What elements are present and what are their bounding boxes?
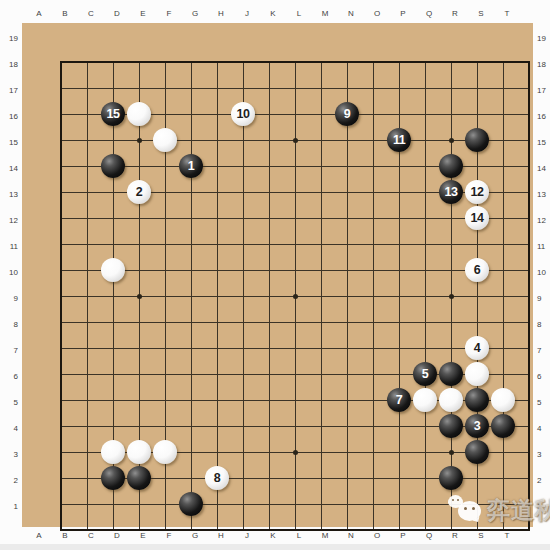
board-intersection [438,283,464,309]
board-intersection [152,335,178,361]
board-intersection [74,101,100,127]
board-intersection [204,387,230,413]
white-stone [153,440,177,464]
board-intersection: 13 [438,179,464,205]
board-intersection [256,231,282,257]
board-intersection [360,413,386,439]
board-intersection [490,465,516,491]
board-intersection [386,179,412,205]
board-intersection [334,153,360,179]
board-intersection [412,49,438,75]
board-intersection [360,335,386,361]
board-intersection [204,491,230,517]
board-intersection [256,335,282,361]
board-intersection [126,153,152,179]
column-label: L [291,531,307,541]
row-label: 5 [3,398,18,408]
white-stone: 8 [205,466,229,490]
column-label: P [395,531,411,541]
column-label: R [447,9,463,19]
board-intersection [256,283,282,309]
board-intersection [334,439,360,465]
board-intersection [256,387,282,413]
board-intersection [204,361,230,387]
board-intersection [256,127,282,153]
board-intersection [334,465,360,491]
black-stone [491,414,515,438]
row-label: 19 [3,34,18,44]
black-stone: 11 [387,128,411,152]
board-intersection [412,127,438,153]
black-stone [439,414,463,438]
black-stone [127,466,151,490]
black-stone: 7 [387,388,411,412]
board-intersection [360,205,386,231]
page-bottom-strip [0,544,550,550]
move-number: 14 [471,212,484,225]
board-intersection [464,465,490,491]
column-label: N [343,9,359,19]
board-intersection [438,387,464,413]
board-intersection [126,283,152,309]
board-intersection: 3 [464,413,490,439]
board-intersection [386,309,412,335]
white-stone [101,258,125,282]
board-intersection [126,127,152,153]
board-intersection [230,335,256,361]
row-label: 2 [3,476,18,486]
board-intersection [74,231,100,257]
board-intersection [230,283,256,309]
board-intersection [74,465,100,491]
board-intersection [282,205,308,231]
board-intersection: 15 [100,101,126,127]
board-intersection [152,231,178,257]
board-intersection [100,205,126,231]
board-intersection [48,101,74,127]
board-intersection [490,127,516,153]
board-intersection [386,49,412,75]
board-intersection [204,439,230,465]
black-stone: 3 [465,414,489,438]
board-intersection [178,387,204,413]
column-label: A [31,9,47,19]
board-intersection [48,257,74,283]
board-intersection [334,491,360,517]
board-intersection [178,205,204,231]
column-label: F [161,531,177,541]
board-intersection [464,127,490,153]
board-intersection [438,231,464,257]
board-intersection [100,335,126,361]
board-intersection [438,439,464,465]
board-intersection [490,101,516,127]
row-label: 18 [3,60,18,70]
board-intersection [334,413,360,439]
row-label: 4 [537,424,550,434]
column-label: M [317,9,333,19]
board-intersection [308,335,334,361]
board-intersection [490,439,516,465]
row-label: 8 [3,320,18,330]
board-intersection [308,231,334,257]
board-intersection [438,309,464,335]
board-intersection [126,309,152,335]
move-number: 3 [474,420,480,433]
board-intersection [178,439,204,465]
board-intersection [230,465,256,491]
board-intersection [152,465,178,491]
row-label: 9 [537,294,550,304]
board-intersection [48,335,74,361]
board-intersection [360,75,386,101]
board-intersection [282,439,308,465]
board-intersection [126,75,152,101]
row-label: 13 [537,190,550,200]
board-intersection [126,257,152,283]
board-intersection [152,361,178,387]
row-label: 19 [537,34,550,44]
board-intersection [360,153,386,179]
board-intersection: 4 [464,335,490,361]
board-intersection [74,491,100,517]
black-stone [101,466,125,490]
board-intersection [386,205,412,231]
board-intersection [334,49,360,75]
watermark-text: 弈道秋声 [487,494,550,526]
board-intersection [178,257,204,283]
board-intersection [438,153,464,179]
board-intersection [464,231,490,257]
board-intersection [386,491,412,517]
column-label: T [499,9,515,19]
board-intersection [490,49,516,75]
white-stone: 4 [465,336,489,360]
board-intersection [464,361,490,387]
row-label: 8 [537,320,550,330]
board-intersection [308,75,334,101]
board-intersection [230,179,256,205]
board-intersection [438,127,464,153]
board-intersection [360,101,386,127]
board-intersection [386,101,412,127]
board-intersection [126,49,152,75]
board-intersection [152,179,178,205]
board-intersection [204,231,230,257]
board-intersection [256,153,282,179]
board-intersection [490,283,516,309]
board-intersection [386,153,412,179]
board-intersection: 1 [178,153,204,179]
board-intersection [282,179,308,205]
board-intersection [464,153,490,179]
star-point [293,138,298,143]
board-intersection [100,387,126,413]
board-intersection: 5 [412,361,438,387]
row-label: 14 [3,164,18,174]
row-label: 16 [537,112,550,122]
column-label: G [187,9,203,19]
board-intersection [386,283,412,309]
board-intersection [178,491,204,517]
column-label: N [343,531,359,541]
board-intersection [152,439,178,465]
board-intersection: 6 [464,257,490,283]
board-intersection [256,491,282,517]
column-label: O [369,531,385,541]
board-intersection [334,127,360,153]
column-label: A [31,531,47,541]
board-intersection [282,231,308,257]
board-intersection [100,75,126,101]
board-intersection [230,413,256,439]
board-intersection [438,335,464,361]
board-intersection [412,101,438,127]
board-intersection [308,205,334,231]
board-intersection [360,491,386,517]
board-intersection [74,127,100,153]
board-intersection [178,465,204,491]
board-intersection [152,101,178,127]
board-intersection [464,101,490,127]
board-intersection [308,361,334,387]
board-intersection [178,309,204,335]
board-intersection: 9 [334,101,360,127]
board-intersection [438,75,464,101]
board-intersection [48,231,74,257]
board-intersection [152,387,178,413]
white-stone: 14 [465,206,489,230]
white-stone [153,128,177,152]
board-intersection [126,465,152,491]
move-number: 2 [136,186,142,199]
board-intersection [490,387,516,413]
board-intersection [100,179,126,205]
board-intersection [100,153,126,179]
row-label: 14 [537,164,550,174]
board-intersection [48,283,74,309]
column-label: G [187,531,203,541]
row-label: 3 [3,450,18,460]
board-intersection [100,309,126,335]
board-intersection: 7 [386,387,412,413]
column-label: K [265,531,281,541]
board-intersection [230,231,256,257]
board-intersection [386,231,412,257]
row-label: 15 [537,138,550,148]
board-intersection [282,257,308,283]
row-label: 6 [537,372,550,382]
move-number: 15 [107,108,120,121]
wechat-logo-icon [447,494,484,527]
black-stone [179,492,203,516]
black-stone: 5 [413,362,437,386]
board-intersection [256,439,282,465]
board-intersection: 8 [204,465,230,491]
wechat-watermark: 弈道秋声 [447,494,550,527]
board-intersection [386,361,412,387]
board-intersection [100,361,126,387]
board-intersection [412,439,438,465]
board-intersection [178,127,204,153]
board-intersection [152,127,178,153]
row-label: 12 [537,216,550,226]
row-label: 16 [3,112,18,122]
board-intersection [74,387,100,413]
move-number: 12 [471,186,484,199]
board-intersection [256,179,282,205]
board-intersection [334,361,360,387]
column-label: B [57,9,73,19]
board-intersection [334,387,360,413]
board-intersection [126,205,152,231]
board-intersection [282,153,308,179]
board-intersection [100,491,126,517]
row-label: 4 [3,424,18,434]
row-label: 5 [537,398,550,408]
row-label: 1 [3,502,18,512]
board-intersection [100,283,126,309]
board-intersection [74,153,100,179]
board-intersection [360,361,386,387]
board-intersection [152,49,178,75]
board-intersection [490,413,516,439]
board-intersection [308,491,334,517]
column-label: L [291,9,307,19]
column-label: H [213,9,229,19]
board-intersection [126,491,152,517]
white-stone [127,102,151,126]
board-intersection [204,309,230,335]
column-label: D [109,531,125,541]
board-intersection [438,101,464,127]
board-intersection [334,257,360,283]
board-intersection [178,75,204,101]
board-intersection [230,439,256,465]
board-intersection [256,309,282,335]
board-intersection [204,283,230,309]
column-label: B [57,531,73,541]
board-intersection [74,283,100,309]
board-intersection [386,439,412,465]
column-label: Q [421,9,437,19]
board-intersection [412,335,438,361]
column-label: P [395,9,411,19]
board-intersection [282,491,308,517]
move-number: 7 [396,394,402,407]
board-intersection [282,335,308,361]
row-label: 11 [537,242,550,252]
board-intersection [204,153,230,179]
board-intersection [256,257,282,283]
board-intersection [178,101,204,127]
black-stone: 1 [179,154,203,178]
row-label: 17 [3,86,18,96]
board-intersection [412,413,438,439]
board-intersection: 2 [126,179,152,205]
board-intersection [412,491,438,517]
board-intersection [204,127,230,153]
white-stone: 12 [465,180,489,204]
board-intersection [126,361,152,387]
board-intersection [490,335,516,361]
board-intersection [74,335,100,361]
column-label: C [83,9,99,19]
board-intersection [334,309,360,335]
board-intersection [438,49,464,75]
black-stone: 9 [335,102,359,126]
board-intersection [386,75,412,101]
move-number: 8 [214,472,220,485]
board-intersection [386,257,412,283]
column-label: J [239,531,255,541]
board-intersection [100,231,126,257]
board-intersection [48,413,74,439]
board-intersection [256,75,282,101]
black-stone [465,440,489,464]
board-intersection [230,257,256,283]
white-stone: 10 [231,102,255,126]
board-intersection [412,387,438,413]
board-intersection [412,75,438,101]
board-intersection: 14 [464,205,490,231]
board-intersection: 12 [464,179,490,205]
board-intersection [412,283,438,309]
board-intersection [178,231,204,257]
board-intersection [360,387,386,413]
move-number: 6 [474,264,480,277]
board-intersection [48,153,74,179]
board-intersection [178,283,204,309]
board-intersection [126,413,152,439]
column-label: S [473,9,489,19]
board-intersection [48,205,74,231]
star-point [449,450,454,455]
board-intersection [308,153,334,179]
board-intersection [204,101,230,127]
board-intersection [308,101,334,127]
board-intersection [490,179,516,205]
board-intersection [100,127,126,153]
board-intersection [256,49,282,75]
board-intersection [308,439,334,465]
black-stone [439,154,463,178]
board-intersection [282,465,308,491]
board-intersection [74,361,100,387]
board-intersection [74,75,100,101]
board-intersection [308,127,334,153]
board-intersection [204,205,230,231]
board-intersection [48,491,74,517]
column-label: C [83,531,99,541]
black-stone [439,362,463,386]
board-intersection [74,439,100,465]
row-label: 3 [537,450,550,460]
star-point [449,138,454,143]
board-intersection [230,491,256,517]
go-board: 151091112131214645738 [22,23,533,527]
column-label: H [213,531,229,541]
board-intersection [230,75,256,101]
move-number: 1 [188,160,194,173]
board-intersection [308,257,334,283]
board-intersection [204,335,230,361]
column-label: F [161,9,177,19]
board-intersection [438,465,464,491]
board-intersection [100,257,126,283]
board-intersection [464,49,490,75]
move-number: 9 [344,108,350,121]
